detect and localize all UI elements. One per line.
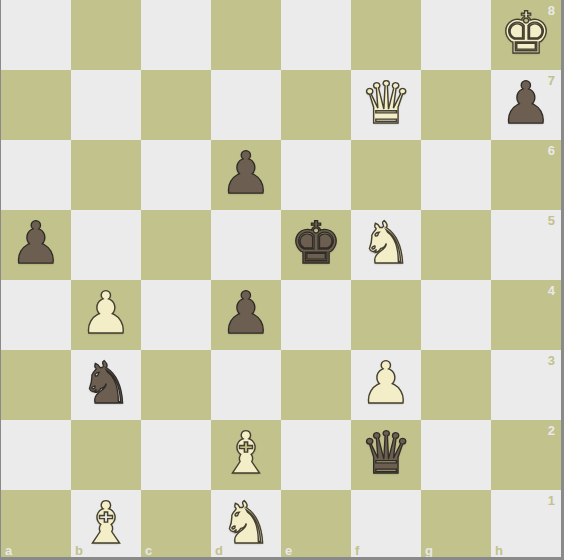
square-e8[interactable] [281,0,351,70]
piece-black-knight-icon[interactable]: ♞ [80,348,132,418]
piece-white-bishop-icon[interactable]: ♝ [80,488,132,558]
square-e7[interactable] [281,70,351,140]
piece-white-bishop-icon[interactable]: ♝ [220,418,272,488]
square-b1[interactable]: b♝ [71,490,141,560]
square-e2[interactable] [281,420,351,490]
square-e4[interactable] [281,280,351,350]
chess-board: 8♚♛7♟♟6♟♚♞5♟♟4♞♟3♝♛2ab♝cd♞efg1h [1,0,561,560]
piece-black-pawn-icon[interactable]: ♟ [220,278,272,348]
square-d8[interactable] [211,0,281,70]
square-f6[interactable] [351,140,421,210]
square-a8[interactable] [1,0,71,70]
square-h3[interactable]: 3 [491,350,561,420]
square-h2[interactable]: 2 [491,420,561,490]
square-h4[interactable]: 4 [491,280,561,350]
square-c4[interactable] [141,280,211,350]
rank-label-5: 5 [548,214,555,227]
square-b3[interactable]: ♞ [71,350,141,420]
square-h6[interactable]: 6 [491,140,561,210]
file-label-c: c [145,544,152,557]
square-c7[interactable] [141,70,211,140]
piece-white-king-icon[interactable]: ♚ [500,0,552,68]
square-c3[interactable] [141,350,211,420]
square-f8[interactable] [351,0,421,70]
square-g5[interactable] [421,210,491,280]
piece-white-pawn-icon[interactable]: ♟ [80,278,132,348]
square-d1[interactable]: d♞ [211,490,281,560]
square-f2[interactable]: ♛ [351,420,421,490]
square-f5[interactable]: ♞ [351,210,421,280]
square-b4[interactable]: ♟ [71,280,141,350]
square-d5[interactable] [211,210,281,280]
square-f1[interactable]: f [351,490,421,560]
square-g4[interactable] [421,280,491,350]
square-e3[interactable] [281,350,351,420]
square-h8[interactable]: 8♚ [491,0,561,70]
square-d4[interactable]: ♟ [211,280,281,350]
square-b8[interactable] [71,0,141,70]
square-h7[interactable]: 7♟ [491,70,561,140]
piece-black-pawn-icon[interactable]: ♟ [10,208,62,278]
square-f4[interactable] [351,280,421,350]
piece-black-pawn-icon[interactable]: ♟ [500,68,552,138]
piece-black-queen-icon[interactable]: ♛ [360,418,412,488]
square-h5[interactable]: 5 [491,210,561,280]
square-b7[interactable] [71,70,141,140]
square-g3[interactable] [421,350,491,420]
rank-label-1: 1 [548,494,555,507]
chess-app-window: 8♚♛7♟♟6♟♚♞5♟♟4♞♟3♝♛2ab♝cd♞efg1h [0,0,564,560]
square-e5[interactable]: ♚ [281,210,351,280]
square-a4[interactable] [1,280,71,350]
piece-black-pawn-icon[interactable]: ♟ [220,138,272,208]
square-b2[interactable] [71,420,141,490]
square-b6[interactable] [71,140,141,210]
square-e1[interactable]: e [281,490,351,560]
square-b5[interactable] [71,210,141,280]
file-label-e: e [285,544,292,557]
rank-label-3: 3 [548,354,555,367]
square-d2[interactable]: ♝ [211,420,281,490]
square-h1[interactable]: 1h [491,490,561,560]
square-f3[interactable]: ♟ [351,350,421,420]
file-label-h: h [495,544,503,557]
rank-label-6: 6 [548,144,555,157]
rank-label-2: 2 [548,424,555,437]
square-g7[interactable] [421,70,491,140]
rank-label-4: 4 [548,284,555,297]
piece-white-knight-icon[interactable]: ♞ [220,488,272,558]
square-g8[interactable] [421,0,491,70]
piece-white-queen-icon[interactable]: ♛ [360,68,412,138]
piece-white-pawn-icon[interactable]: ♟ [360,348,412,418]
square-f7[interactable]: ♛ [351,70,421,140]
file-label-a: a [5,544,12,557]
square-d3[interactable] [211,350,281,420]
square-d6[interactable]: ♟ [211,140,281,210]
square-c1[interactable]: c [141,490,211,560]
square-c2[interactable] [141,420,211,490]
square-g6[interactable] [421,140,491,210]
square-a1[interactable]: a [1,490,71,560]
square-a5[interactable]: ♟ [1,210,71,280]
square-g2[interactable] [421,420,491,490]
piece-black-king-icon[interactable]: ♚ [290,208,342,278]
square-d7[interactable] [211,70,281,140]
file-label-g: g [425,544,433,557]
square-a7[interactable] [1,70,71,140]
square-a3[interactable] [1,350,71,420]
piece-white-knight-icon[interactable]: ♞ [360,208,412,278]
square-a2[interactable] [1,420,71,490]
square-c8[interactable] [141,0,211,70]
square-g1[interactable]: g [421,490,491,560]
square-a6[interactable] [1,140,71,210]
file-label-f: f [355,544,359,557]
square-c6[interactable] [141,140,211,210]
square-e6[interactable] [281,140,351,210]
square-c5[interactable] [141,210,211,280]
